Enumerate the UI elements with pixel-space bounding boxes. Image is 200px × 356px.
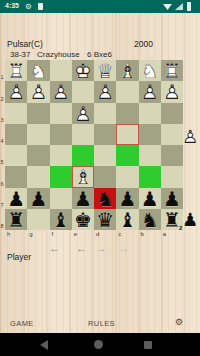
square-h2[interactable]: ♟♙: [5, 81, 27, 102]
black-pawn-piece: ♟: [5, 188, 27, 209]
white-pawn-piece: ♟♙: [50, 81, 72, 102]
file-label-g: g: [29, 231, 39, 237]
rank-label-4: 4: [1, 138, 6, 144]
wifi-icon: [163, 3, 172, 10]
square-b8[interactable]: ♞: [139, 209, 161, 230]
square-c7[interactable]: ♟: [116, 188, 138, 209]
black-queen-piece: ♛: [94, 209, 116, 230]
square-a5[interactable]: [161, 145, 183, 166]
square-c2[interactable]: [116, 81, 138, 102]
square-f8[interactable]: ♝: [50, 209, 72, 230]
square-e4[interactable]: [72, 124, 94, 145]
black-pawn-piece: ♟: [180, 210, 200, 231]
square-e5[interactable]: [72, 145, 94, 166]
black-pawn-piece: ♟: [116, 188, 138, 209]
white-pawn-piece: ♟♙: [5, 81, 27, 102]
rank-label-2: 2: [1, 96, 6, 102]
square-e8[interactable]: ♚: [72, 209, 94, 230]
black-rook-piece: ♜: [5, 209, 27, 230]
square-g6[interactable]: [27, 166, 49, 187]
battery-icon: [187, 2, 191, 11]
square-h6[interactable]: [5, 166, 27, 187]
white-pawn-piece: ♟♙: [180, 127, 200, 148]
white-rook-piece: ♜♖: [5, 60, 27, 81]
square-a1[interactable]: ♜♖: [161, 60, 183, 81]
square-b7[interactable]: ♟: [139, 188, 161, 209]
square-c3[interactable]: [116, 103, 138, 124]
pocket-white-pawn[interactable]: ♟♙: [180, 127, 200, 148]
square-b1[interactable]: ♞♘: [139, 60, 161, 81]
black-bishop-piece: ♝: [116, 209, 138, 230]
square-f5[interactable]: [50, 145, 72, 166]
pocket-black-pawn[interactable]: ♟: [180, 210, 200, 231]
black-pawn-piece: ♟: [161, 188, 183, 209]
android-home-icon[interactable]: [94, 340, 103, 349]
rank-label-1: 1: [1, 74, 6, 80]
square-g8[interactable]: [27, 209, 49, 230]
white-rook-piece: ♜♖: [161, 60, 183, 81]
square-c6[interactable]: [116, 166, 138, 187]
board: ♜♖♞♘♚♔♛♕♝♗♞♘♜♖♟♙♟♙♟♙♟♙♟♙♟♙♟♙♝♗♟♟♟♞♟♟♟♜♝♚…: [5, 60, 183, 230]
android-back-icon[interactable]: [40, 340, 48, 350]
square-f4[interactable]: [50, 124, 72, 145]
square-b2[interactable]: ♟♙: [139, 81, 161, 102]
black-pawn-piece: ♟: [27, 188, 49, 209]
android-nav-bar: [0, 333, 200, 356]
opponent-name: Pulsar(C): [7, 39, 43, 49]
back-arrow-1[interactable]: ←: [76, 242, 87, 254]
rank-label-8: 8: [1, 223, 6, 229]
notification-icon: [38, 3, 43, 10]
gear-icon: ⚙: [25, 2, 32, 11]
white-pawn-piece: ♟♙: [161, 81, 183, 102]
file-label-e: e: [74, 231, 84, 237]
square-h1[interactable]: ♜♖: [5, 60, 27, 81]
square-e1[interactable]: ♚♔: [72, 60, 94, 81]
square-a7[interactable]: ♟: [161, 188, 183, 209]
status-time: 4:35: [5, 2, 19, 9]
square-a3[interactable]: [161, 103, 183, 124]
game-menu-button[interactable]: GAME: [10, 319, 34, 328]
black-knight-piece: ♞: [139, 209, 161, 230]
square-g4[interactable]: [27, 124, 49, 145]
square-f7[interactable]: [50, 188, 72, 209]
square-a2[interactable]: ♟♙: [161, 81, 183, 102]
square-d8[interactable]: ♛: [94, 209, 116, 230]
square-g2[interactable]: ♟♙: [27, 81, 49, 102]
square-b5[interactable]: [139, 145, 161, 166]
variant-label: Crazyhouse: [37, 50, 80, 59]
android-status-bar: 4:35 ⚙: [0, 0, 200, 13]
file-label-d: d: [96, 231, 106, 237]
rank-label-7: 7: [1, 202, 6, 208]
square-c5[interactable]: [116, 145, 138, 166]
square-c4[interactable]: [116, 124, 138, 145]
white-pawn-piece: ♟♙: [72, 103, 94, 124]
android-recents-icon[interactable]: [144, 341, 152, 349]
app-screen: 4:35 ⚙ Pulsar(C) 2000 38-37 Crazyhouse 6…: [0, 0, 200, 356]
square-d1[interactable]: ♛♕: [94, 60, 116, 81]
black-king-piece: ♚: [72, 209, 94, 230]
file-label-f: f: [52, 231, 62, 237]
square-d3[interactable]: [94, 103, 116, 124]
square-d2[interactable]: ♟♙: [94, 81, 116, 102]
square-e6[interactable]: ♝♗: [72, 166, 94, 187]
square-g7[interactable]: ♟: [27, 188, 49, 209]
square-h7[interactable]: ♟: [5, 188, 27, 209]
square-b4[interactable]: [139, 124, 161, 145]
material-score: 38-37: [10, 50, 30, 59]
square-f1[interactable]: [50, 60, 72, 81]
settings-gear-icon[interactable]: ⚙: [175, 317, 183, 327]
player-name: Player: [7, 252, 31, 262]
pocket-black-pawn-count: 2: [179, 225, 182, 231]
square-e7[interactable]: ♟: [72, 188, 94, 209]
forward-arrow-3[interactable]: →: [118, 242, 129, 254]
square-f2[interactable]: ♟♙: [50, 81, 72, 102]
white-pawn-piece: ♟♙: [27, 81, 49, 102]
white-bishop-piece: ♝♗: [116, 60, 138, 81]
black-bishop-piece: ♝: [50, 209, 72, 230]
white-knight-piece: ♞♘: [139, 60, 161, 81]
square-d6[interactable]: [94, 166, 116, 187]
square-c8[interactable]: ♝: [116, 209, 138, 230]
rules-menu-button[interactable]: RULES: [88, 319, 115, 328]
forward-arrow-2[interactable]: →: [96, 242, 107, 254]
square-c1[interactable]: ♝♗: [116, 60, 138, 81]
white-bishop-piece: ♝♗: [72, 166, 94, 187]
opponent-rating: 2000: [134, 39, 153, 49]
back-arrow-0[interactable]: ←: [49, 242, 60, 254]
square-d5[interactable]: [94, 145, 116, 166]
white-queen-piece: ♛♕: [94, 60, 116, 81]
square-h4[interactable]: [5, 124, 27, 145]
file-label-a: a: [163, 231, 173, 237]
white-king-piece: ♚♔: [72, 60, 94, 81]
black-knight-piece: ♞: [94, 188, 116, 209]
square-g5[interactable]: [27, 145, 49, 166]
file-label-b: b: [141, 231, 151, 237]
black-pawn-piece: ♟: [139, 188, 161, 209]
white-pawn-piece: ♟♙: [94, 81, 116, 102]
file-label-c: c: [118, 231, 128, 237]
square-a6[interactable]: [161, 166, 183, 187]
black-pawn-piece: ♟: [72, 188, 94, 209]
square-d4[interactable]: [94, 124, 116, 145]
square-e2[interactable]: [72, 81, 94, 102]
square-f3[interactable]: [50, 103, 72, 124]
square-h3[interactable]: [5, 103, 27, 124]
rank-label-5: 5: [1, 159, 6, 165]
last-move-text: 6 Bxe6: [87, 50, 112, 59]
signal-icon: [175, 3, 183, 10]
rank-label-3: 3: [1, 117, 6, 123]
square-b3[interactable]: [139, 103, 161, 124]
square-b6[interactable]: [139, 166, 161, 187]
white-knight-piece: ♞♘: [27, 60, 49, 81]
white-pawn-piece: ♟♙: [139, 81, 161, 102]
square-h5[interactable]: [5, 145, 27, 166]
square-h8[interactable]: ♜: [5, 209, 27, 230]
square-f6[interactable]: [50, 166, 72, 187]
square-g1[interactable]: ♞♘: [27, 60, 49, 81]
square-e3[interactable]: ♟♙: [72, 103, 94, 124]
rank-label-6: 6: [1, 181, 6, 187]
square-d7[interactable]: ♞: [94, 188, 116, 209]
file-label-h: h: [7, 231, 17, 237]
square-g3[interactable]: [27, 103, 49, 124]
